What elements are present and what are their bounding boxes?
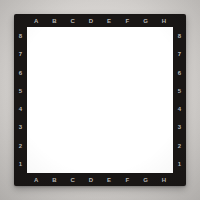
file-label: C	[70, 177, 74, 183]
file-label: D	[89, 177, 93, 183]
rank-label: 8	[178, 33, 181, 39]
frame-corner	[173, 14, 186, 27]
rank-label: 3	[178, 124, 181, 130]
rank-label: 1	[19, 161, 22, 167]
rank-label: 4	[19, 106, 22, 112]
file-label: B	[52, 18, 56, 24]
chess-board: ABCDEFGH 87654321 87654321 ABCDEFGH	[14, 14, 186, 186]
file-labels-top: ABCDEFGH	[27, 14, 173, 27]
rank-label: 7	[178, 51, 181, 57]
rank-label: 7	[19, 51, 22, 57]
rank-label: 1	[178, 161, 181, 167]
file-label: A	[34, 177, 38, 183]
file-label: B	[52, 177, 56, 183]
squares-grid	[29, 29, 171, 171]
rank-label: 5	[178, 88, 181, 94]
rank-label: 4	[178, 106, 181, 112]
file-label: H	[162, 177, 166, 183]
rank-label: 6	[178, 70, 181, 76]
rank-label: 3	[19, 124, 22, 130]
playing-area	[27, 27, 173, 173]
file-label: G	[143, 177, 148, 183]
photo-background: ABCDEFGH 87654321 87654321 ABCDEFGH	[0, 0, 200, 200]
file-label: E	[107, 18, 111, 24]
frame-corner	[14, 14, 27, 27]
file-label: C	[70, 18, 74, 24]
file-labels-bottom: ABCDEFGH	[27, 173, 173, 186]
file-label: F	[126, 177, 130, 183]
file-label: A	[34, 18, 38, 24]
rank-label: 6	[19, 70, 22, 76]
rank-label: 5	[19, 88, 22, 94]
frame-corner	[173, 173, 186, 186]
rank-label: 2	[178, 143, 181, 149]
file-label: F	[126, 18, 130, 24]
rank-label: 8	[19, 33, 22, 39]
rank-labels-right: 87654321	[173, 27, 186, 173]
file-label: E	[107, 177, 111, 183]
frame-corner	[14, 173, 27, 186]
rank-labels-left: 87654321	[14, 27, 27, 173]
file-label: H	[162, 18, 166, 24]
rank-label: 2	[19, 143, 22, 149]
file-label: D	[89, 18, 93, 24]
file-label: G	[143, 18, 148, 24]
